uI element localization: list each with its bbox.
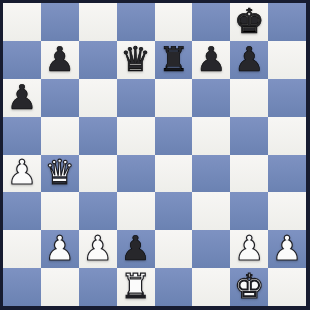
square-g7[interactable]: ♟: [230, 41, 268, 79]
square-f8[interactable]: [192, 3, 230, 41]
square-d3[interactable]: [117, 192, 155, 230]
square-g1[interactable]: ♚: [230, 268, 268, 306]
square-d7[interactable]: ♛: [117, 41, 155, 79]
piece-white-pawn[interactable]: ♟: [7, 155, 37, 189]
square-a7[interactable]: [3, 41, 41, 79]
square-b2[interactable]: ♟: [41, 230, 79, 268]
square-e2[interactable]: [155, 230, 193, 268]
square-a4[interactable]: ♟: [3, 155, 41, 193]
piece-white-pawn[interactable]: ♟: [234, 231, 264, 265]
square-c7[interactable]: [79, 41, 117, 79]
square-h8[interactable]: [268, 3, 306, 41]
square-e8[interactable]: [155, 3, 193, 41]
square-f4[interactable]: [192, 155, 230, 193]
square-h4[interactable]: [268, 155, 306, 193]
square-d1[interactable]: ♜: [117, 268, 155, 306]
piece-black-rook[interactable]: ♜: [158, 42, 188, 76]
square-h5[interactable]: [268, 117, 306, 155]
square-c8[interactable]: [79, 3, 117, 41]
square-g8[interactable]: ♚: [230, 3, 268, 41]
square-a8[interactable]: [3, 3, 41, 41]
square-h6[interactable]: [268, 79, 306, 117]
piece-black-pawn[interactable]: ♟: [7, 80, 37, 114]
piece-black-pawn[interactable]: ♟: [234, 42, 264, 76]
square-h3[interactable]: [268, 192, 306, 230]
square-b1[interactable]: [41, 268, 79, 306]
square-f3[interactable]: [192, 192, 230, 230]
square-e3[interactable]: [155, 192, 193, 230]
chess-board: ♚♟♛♜♟♟♟♟♛♟♟♟♟♟♜♚: [3, 3, 306, 306]
square-d6[interactable]: [117, 79, 155, 117]
square-c1[interactable]: [79, 268, 117, 306]
square-e4[interactable]: [155, 155, 193, 193]
square-f1[interactable]: [192, 268, 230, 306]
square-b6[interactable]: [41, 79, 79, 117]
square-a6[interactable]: ♟: [3, 79, 41, 117]
piece-black-king[interactable]: ♚: [234, 4, 264, 38]
piece-black-queen[interactable]: ♛: [120, 42, 150, 76]
piece-white-pawn[interactable]: ♟: [82, 231, 112, 265]
piece-white-pawn[interactable]: ♟: [272, 231, 302, 265]
square-f6[interactable]: [192, 79, 230, 117]
square-d2[interactable]: ♟: [117, 230, 155, 268]
square-a5[interactable]: [3, 117, 41, 155]
square-d5[interactable]: [117, 117, 155, 155]
piece-black-pawn[interactable]: ♟: [196, 42, 226, 76]
square-c4[interactable]: [79, 155, 117, 193]
square-e1[interactable]: [155, 268, 193, 306]
square-c2[interactable]: ♟: [79, 230, 117, 268]
square-g2[interactable]: ♟: [230, 230, 268, 268]
piece-black-pawn[interactable]: ♟: [120, 231, 150, 265]
square-b7[interactable]: ♟: [41, 41, 79, 79]
square-c3[interactable]: [79, 192, 117, 230]
square-d8[interactable]: [117, 3, 155, 41]
square-h7[interactable]: [268, 41, 306, 79]
square-h2[interactable]: ♟: [268, 230, 306, 268]
piece-white-queen[interactable]: ♛: [45, 155, 75, 189]
square-g4[interactable]: [230, 155, 268, 193]
square-d4[interactable]: [117, 155, 155, 193]
square-f5[interactable]: [192, 117, 230, 155]
square-a2[interactable]: [3, 230, 41, 268]
square-f7[interactable]: ♟: [192, 41, 230, 79]
square-b4[interactable]: ♛: [41, 155, 79, 193]
square-a3[interactable]: [3, 192, 41, 230]
square-c5[interactable]: [79, 117, 117, 155]
square-a1[interactable]: [3, 268, 41, 306]
square-b3[interactable]: [41, 192, 79, 230]
square-g6[interactable]: [230, 79, 268, 117]
square-c6[interactable]: [79, 79, 117, 117]
square-e7[interactable]: ♜: [155, 41, 193, 79]
square-e5[interactable]: [155, 117, 193, 155]
square-g5[interactable]: [230, 117, 268, 155]
piece-white-pawn[interactable]: ♟: [45, 231, 75, 265]
square-e6[interactable]: [155, 79, 193, 117]
piece-white-king[interactable]: ♚: [234, 269, 264, 303]
piece-black-pawn[interactable]: ♟: [45, 42, 75, 76]
square-g3[interactable]: [230, 192, 268, 230]
square-h1[interactable]: [268, 268, 306, 306]
piece-white-rook[interactable]: ♜: [120, 269, 150, 303]
square-b5[interactable]: [41, 117, 79, 155]
square-b8[interactable]: [41, 3, 79, 41]
board-frame: ♚♟♛♜♟♟♟♟♛♟♟♟♟♟♜♚: [0, 0, 310, 310]
square-f2[interactable]: [192, 230, 230, 268]
